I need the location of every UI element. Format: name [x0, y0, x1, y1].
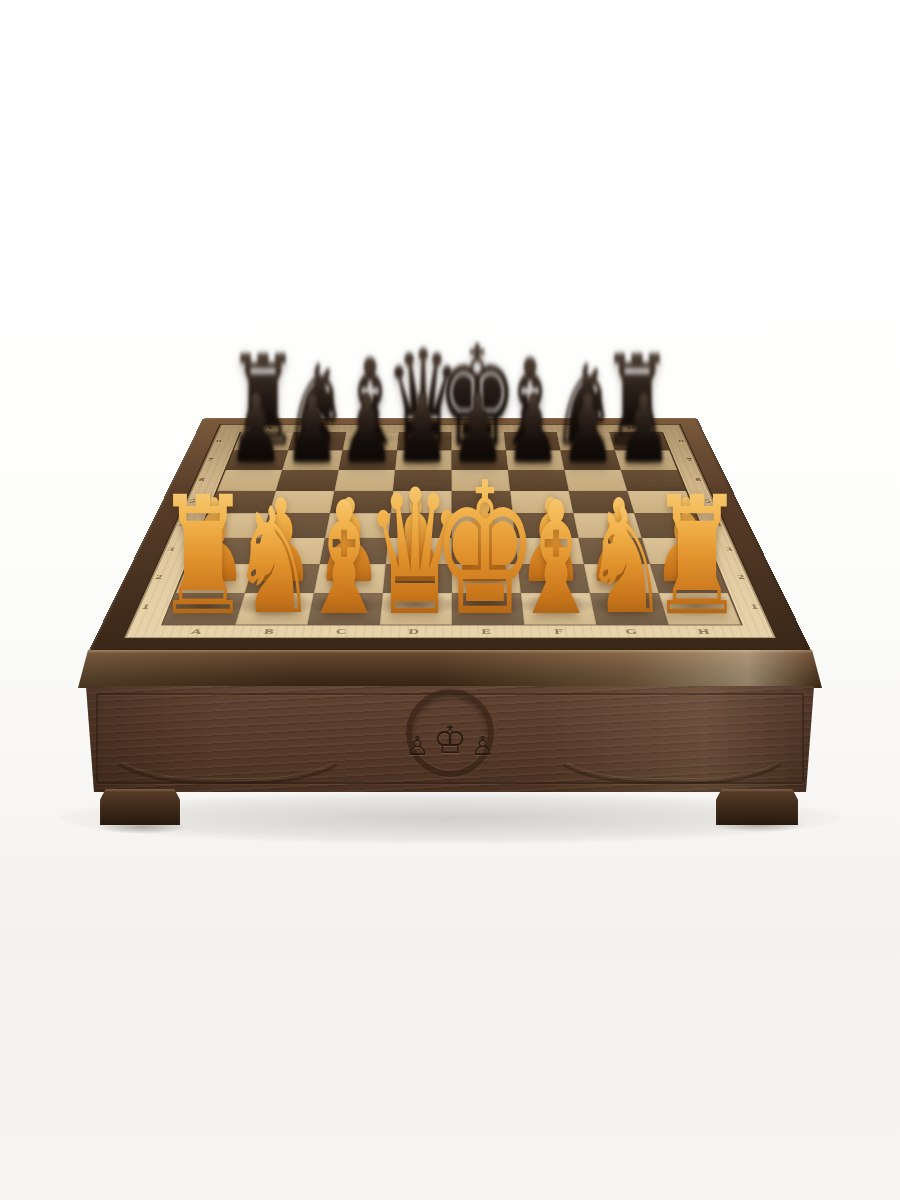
- emblem-king-icon: ♔: [433, 721, 467, 759]
- carved-medallion: ♙ ♔ ♙: [406, 689, 494, 777]
- emblem-pawn-icon: ♙: [471, 733, 494, 759]
- carved-scroll-right: [544, 700, 800, 784]
- emblem-pawn-icon: ♙: [406, 733, 429, 759]
- carved-scroll-left: [100, 700, 356, 784]
- piece-white-rook-h1[interactable]: ♜: [649, 475, 744, 639]
- foot-contact-shadow: [712, 818, 806, 832]
- rank-label-1: 1: [135, 592, 156, 623]
- piece-black-pawn-b7[interactable]: ♟: [284, 383, 339, 478]
- rank-label-right-1: 1: [744, 592, 765, 623]
- piece-black-pawn-g7[interactable]: ♟: [561, 383, 616, 478]
- product-photo: ABCDEFGH ABCDEFGH 87654321 87654321 ♙ ♔ …: [0, 0, 900, 1200]
- rank-label-right-8: 8: [675, 432, 688, 450]
- rank-label-8: 8: [212, 432, 225, 450]
- foot-contact-shadow: [96, 820, 188, 834]
